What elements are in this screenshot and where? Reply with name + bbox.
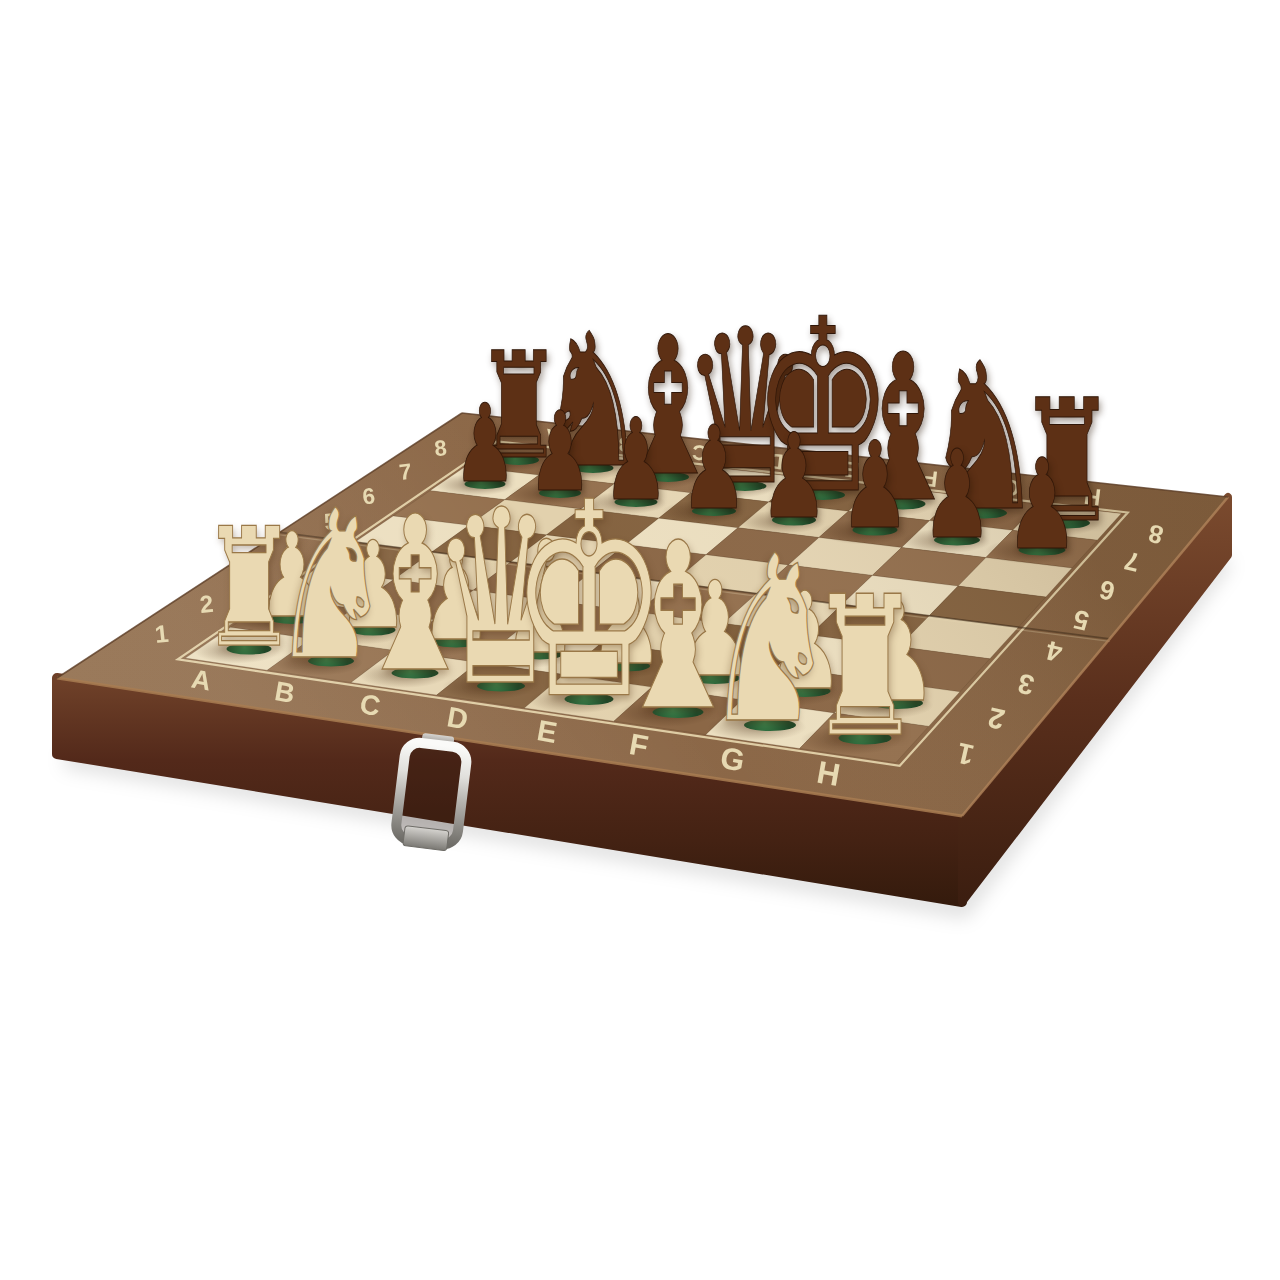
rank-label-left-2: 2 xyxy=(198,590,214,618)
chess-board: AABBCCDDEEFFGGHH1122334455667788 xyxy=(0,0,1280,1280)
file-label-back-e: E xyxy=(843,457,861,484)
file-label-back-a: A xyxy=(544,425,562,449)
rank-label-left-6: 6 xyxy=(361,483,376,509)
rank-label-left-7: 7 xyxy=(398,459,413,485)
rank-label-left-4: 4 xyxy=(283,534,299,561)
file-label-back-c: C xyxy=(691,441,709,466)
file-label-back-h: H xyxy=(1082,483,1102,511)
rank-label-left-1: 1 xyxy=(153,620,169,648)
rank-label-left-3: 3 xyxy=(242,562,258,589)
chess-set-photo: AABBCCDDEEFFGGHH1122334455667788 ♜♞♝♛♚♝♞… xyxy=(0,0,1280,1280)
file-label-back-b: B xyxy=(617,433,635,458)
rank-label-left-8: 8 xyxy=(433,435,448,461)
file-label-back-d: D xyxy=(766,448,784,474)
file-label-back-g: G xyxy=(1000,474,1021,502)
clasp-buckle xyxy=(394,731,469,852)
